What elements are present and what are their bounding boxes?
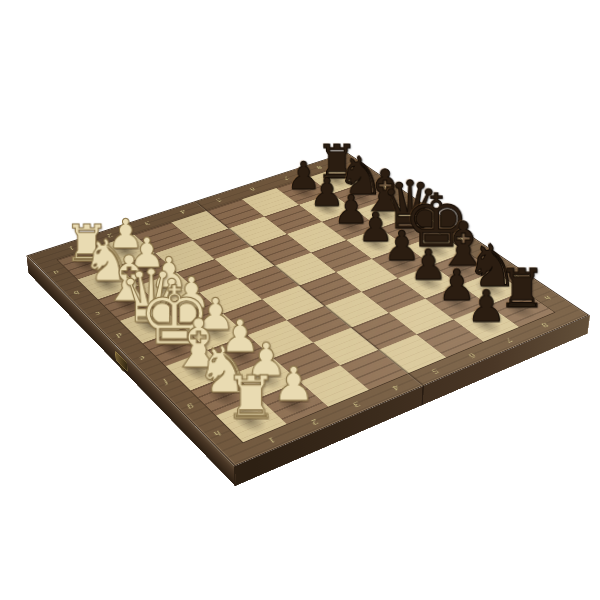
- rank-label-right-7: 7: [503, 336, 516, 344]
- file-label-bottom-f: f: [162, 379, 172, 387]
- piece-black-pawn: ♟: [467, 285, 506, 329]
- file-label-bottom-h: h: [211, 429, 224, 438]
- board-face: ♜♞♝♛♚♝♞♜♟♟♟♟♟♟♟♟♟♟♟♟♟♟♟♟♜♞♝♛♚♝♞♜ 11aa22b…: [27, 152, 590, 466]
- square-f6: [362, 278, 425, 312]
- piece-white-rook: ♜: [225, 368, 278, 427]
- chess-set-photo: ♜♞♝♛♚♝♞♜♟♟♟♟♟♟♟♟♟♟♟♟♟♟♟♟♜♞♝♛♚♝♞♜ 11aa22b…: [0, 0, 600, 600]
- board-grid: ♜♞♝♛♚♝♞♜♟♟♟♟♟♟♟♟♟♟♟♟♟♟♟♟♜♞♝♛♚♝♞♜: [58, 167, 554, 443]
- piece-white-pawn: ♟: [272, 361, 314, 408]
- rank-label-left-5: 5: [214, 197, 224, 203]
- rank-label-left-6: 6: [248, 186, 258, 192]
- file-label-bottom-e: e: [137, 355, 148, 363]
- square-h1: ♜: [216, 398, 286, 442]
- rank-label-left-4: 4: [179, 209, 189, 215]
- rank-label-right-2: 2: [309, 418, 322, 427]
- rank-label-right-8: 8: [539, 322, 552, 330]
- rank-label-right-6: 6: [467, 352, 480, 360]
- rank-label-right-4: 4: [390, 384, 403, 393]
- file-label-bottom-g: g: [185, 403, 197, 412]
- file-label-bottom-b: b: [72, 289, 83, 296]
- rank-label-right-1: 1: [266, 436, 279, 446]
- file-label-bottom-a: a: [52, 269, 62, 276]
- rank-label-right-3: 3: [350, 400, 363, 409]
- rank-label-right-5: 5: [429, 367, 442, 375]
- chess-board: ♜♞♝♛♚♝♞♜♟♟♟♟♟♟♟♟♟♟♟♟♟♟♟♟♜♞♝♛♚♝♞♜ 11aa22b…: [27, 152, 590, 466]
- file-label-bottom-d: d: [114, 332, 125, 340]
- file-label-bottom-c: c: [93, 310, 103, 317]
